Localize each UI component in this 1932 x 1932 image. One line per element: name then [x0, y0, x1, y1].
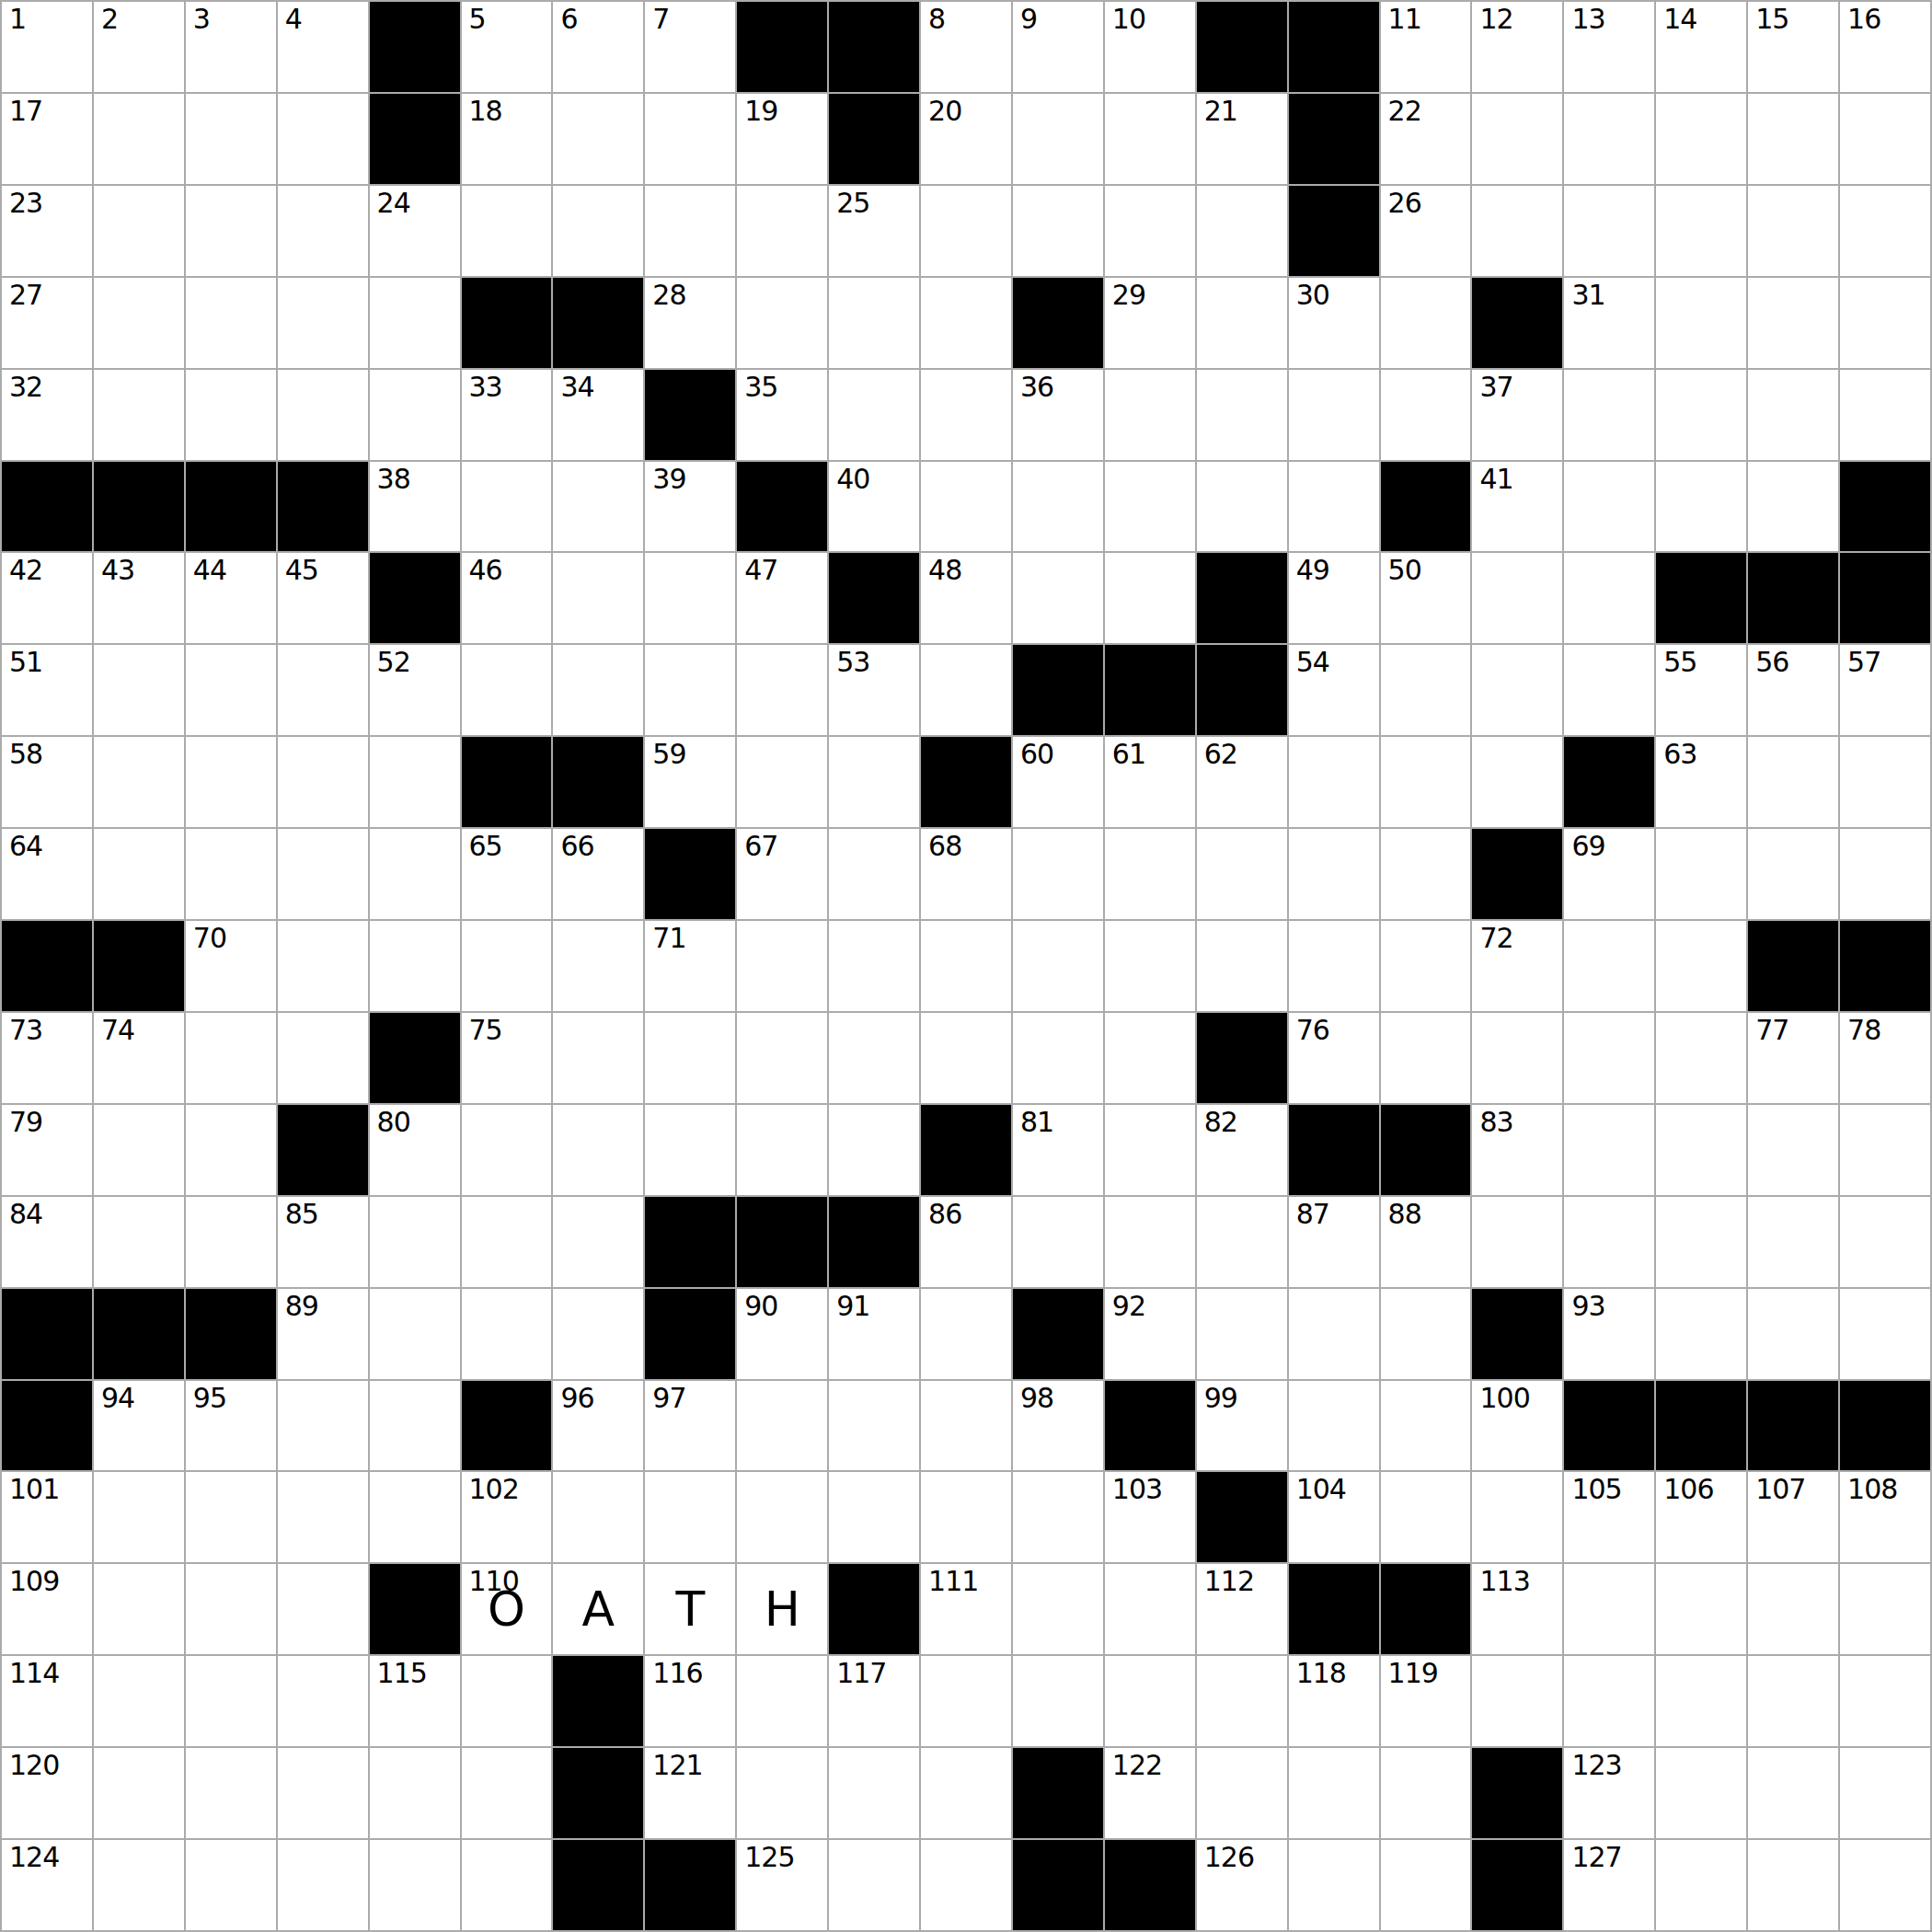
crossword-cell[interactable]: [1656, 1105, 1746, 1195]
crossword-cell[interactable]: 63: [1656, 737, 1746, 827]
crossword-cell[interactable]: [1748, 370, 1838, 460]
crossword-cell[interactable]: [1105, 94, 1195, 184]
crossword-cell[interactable]: [94, 1748, 184, 1838]
crossword-cell[interactable]: [94, 1656, 184, 1746]
crossword-cell[interactable]: [921, 370, 1011, 460]
crossword-cell[interactable]: 83: [1472, 1105, 1562, 1195]
crossword-cell[interactable]: [553, 645, 643, 735]
crossword-cell[interactable]: 61: [1105, 737, 1195, 827]
crossword-cell[interactable]: [1381, 737, 1471, 827]
crossword-cell[interactable]: [1013, 1472, 1103, 1562]
crossword-cell[interactable]: 1: [2, 2, 92, 92]
crossword-cell[interactable]: [737, 645, 827, 735]
crossword-cell[interactable]: [1656, 1013, 1746, 1103]
crossword-cell[interactable]: [1748, 94, 1838, 184]
crossword-cell[interactable]: 89: [278, 1289, 368, 1379]
crossword-cell[interactable]: 67: [737, 829, 827, 919]
crossword-cell[interactable]: [94, 370, 184, 460]
crossword-cell[interactable]: [921, 1748, 1011, 1838]
crossword-cell[interactable]: [1840, 94, 1930, 184]
crossword-cell[interactable]: [94, 829, 184, 919]
crossword-cell[interactable]: 81: [1013, 1105, 1103, 1195]
crossword-cell[interactable]: 91: [829, 1289, 919, 1379]
crossword-cell[interactable]: 98: [1013, 1381, 1103, 1471]
crossword-cell[interactable]: 37: [1472, 370, 1562, 460]
crossword-cell[interactable]: 114: [2, 1656, 92, 1746]
crossword-cell[interactable]: 11: [1381, 2, 1471, 92]
crossword-cell[interactable]: [1564, 921, 1654, 1011]
crossword-cell[interactable]: 65: [462, 829, 552, 919]
crossword-cell[interactable]: [553, 462, 643, 552]
crossword-cell[interactable]: [1656, 462, 1746, 552]
crossword-cell[interactable]: [921, 278, 1011, 368]
crossword-cell[interactable]: [462, 645, 552, 735]
crossword-cell[interactable]: [553, 1197, 643, 1287]
crossword-cell[interactable]: [1564, 1105, 1654, 1195]
crossword-cell[interactable]: 24: [370, 186, 460, 276]
crossword-cell[interactable]: 93: [1564, 1289, 1654, 1379]
crossword-cell[interactable]: [737, 1381, 827, 1471]
crossword-cell[interactable]: [1289, 737, 1379, 827]
crossword-cell[interactable]: [1381, 278, 1471, 368]
crossword-cell[interactable]: [1013, 462, 1103, 552]
crossword-cell[interactable]: 100: [1472, 1381, 1562, 1471]
crossword-cell[interactable]: [1656, 1656, 1746, 1746]
crossword-cell[interactable]: [1472, 94, 1562, 184]
crossword-cell[interactable]: [1656, 1564, 1746, 1654]
crossword-cell[interactable]: 59: [645, 737, 735, 827]
crossword-cell[interactable]: [186, 1197, 276, 1287]
crossword-cell[interactable]: 120: [2, 1748, 92, 1838]
crossword-cell[interactable]: 46: [462, 553, 552, 643]
crossword-cell[interactable]: 82: [1197, 1105, 1287, 1195]
crossword-cell[interactable]: 8: [921, 2, 1011, 92]
crossword-cell[interactable]: [186, 1013, 276, 1103]
crossword-cell[interactable]: [1472, 1472, 1562, 1562]
crossword-cell[interactable]: [1381, 829, 1471, 919]
crossword-cell[interactable]: [1564, 370, 1654, 460]
crossword-cell[interactable]: [186, 1748, 276, 1838]
crossword-cell[interactable]: [1289, 1748, 1379, 1838]
crossword-cell[interactable]: [370, 829, 460, 919]
crossword-cell[interactable]: [1472, 553, 1562, 643]
crossword-cell[interactable]: [1197, 186, 1287, 276]
crossword-cell[interactable]: [829, 1748, 919, 1838]
crossword-cell[interactable]: [829, 737, 919, 827]
crossword-cell[interactable]: [1656, 921, 1746, 1011]
crossword-cell[interactable]: [1564, 1564, 1654, 1654]
crossword-cell[interactable]: 16: [1840, 2, 1930, 92]
crossword-cell[interactable]: 87: [1289, 1197, 1379, 1287]
crossword-cell[interactable]: 5: [462, 2, 552, 92]
crossword-cell[interactable]: 109: [2, 1564, 92, 1654]
crossword-cell[interactable]: [1656, 1748, 1746, 1838]
crossword-cell[interactable]: [1564, 186, 1654, 276]
crossword-cell[interactable]: [1289, 462, 1379, 552]
crossword-cell[interactable]: [1564, 553, 1654, 643]
crossword-cell[interactable]: 51: [2, 645, 92, 735]
crossword-cell[interactable]: [186, 645, 276, 735]
crossword-cell[interactable]: 124: [2, 1840, 92, 1930]
crossword-cell[interactable]: [737, 1013, 827, 1103]
crossword-cell[interactable]: 86: [921, 1197, 1011, 1287]
crossword-cell[interactable]: 25: [829, 186, 919, 276]
crossword-cell[interactable]: 3: [186, 2, 276, 92]
crossword-cell[interactable]: [829, 829, 919, 919]
crossword-cell[interactable]: [1289, 921, 1379, 1011]
crossword-cell[interactable]: [278, 278, 368, 368]
crossword-cell[interactable]: [94, 186, 184, 276]
crossword-cell[interactable]: 116: [645, 1656, 735, 1746]
crossword-cell[interactable]: 62: [1197, 737, 1287, 827]
crossword-cell[interactable]: [278, 921, 368, 1011]
crossword-cell[interactable]: [462, 1197, 552, 1287]
crossword-cell[interactable]: [1472, 1656, 1562, 1746]
crossword-cell[interactable]: 31: [1564, 278, 1654, 368]
crossword-cell[interactable]: [278, 737, 368, 827]
crossword-cell[interactable]: 92: [1105, 1289, 1195, 1379]
crossword-cell[interactable]: [1656, 1840, 1746, 1930]
crossword-cell[interactable]: [186, 1105, 276, 1195]
crossword-cell[interactable]: [1105, 553, 1195, 643]
crossword-cell[interactable]: [370, 1197, 460, 1287]
crossword-cell[interactable]: 94: [94, 1381, 184, 1471]
crossword-cell[interactable]: [1197, 1748, 1287, 1838]
crossword-cell[interactable]: [186, 278, 276, 368]
crossword-cell[interactable]: [370, 1472, 460, 1562]
crossword-cell[interactable]: [1013, 1656, 1103, 1746]
crossword-cell[interactable]: 34: [553, 370, 643, 460]
crossword-cell[interactable]: [94, 94, 184, 184]
crossword-cell[interactable]: [462, 1289, 552, 1379]
crossword-cell[interactable]: [553, 1289, 643, 1379]
crossword-cell[interactable]: 108: [1840, 1472, 1930, 1562]
crossword-cell[interactable]: [1105, 1656, 1195, 1746]
crossword-cell[interactable]: 104: [1289, 1472, 1379, 1562]
crossword-cell[interactable]: 126: [1197, 1840, 1287, 1930]
crossword-cell[interactable]: 15: [1748, 2, 1838, 92]
crossword-cell[interactable]: 101: [2, 1472, 92, 1562]
crossword-cell[interactable]: [737, 1748, 827, 1838]
crossword-cell[interactable]: 71: [645, 921, 735, 1011]
crossword-cell[interactable]: 74: [94, 1013, 184, 1103]
crossword-cell[interactable]: [1197, 829, 1287, 919]
crossword-cell[interactable]: [1840, 1748, 1930, 1838]
crossword-cell[interactable]: 56: [1748, 645, 1838, 735]
crossword-cell[interactable]: [370, 370, 460, 460]
crossword-cell[interactable]: 78: [1840, 1013, 1930, 1103]
crossword-cell[interactable]: 9: [1013, 2, 1103, 92]
crossword-cell[interactable]: 117: [829, 1656, 919, 1746]
crossword-cell[interactable]: 97: [645, 1381, 735, 1471]
crossword-cell[interactable]: [553, 186, 643, 276]
crossword-cell[interactable]: 70: [186, 921, 276, 1011]
crossword-cell[interactable]: [645, 1013, 735, 1103]
crossword-cell[interactable]: 13: [1564, 2, 1654, 92]
crossword-cell[interactable]: [1472, 645, 1562, 735]
crossword-cell[interactable]: 26: [1381, 186, 1471, 276]
crossword-cell[interactable]: [1840, 1656, 1930, 1746]
crossword-cell[interactable]: 27: [2, 278, 92, 368]
crossword-cell[interactable]: [1656, 370, 1746, 460]
crossword-cell[interactable]: [370, 1381, 460, 1471]
crossword-cell[interactable]: [94, 1472, 184, 1562]
crossword-cell[interactable]: [553, 1105, 643, 1195]
crossword-cell[interactable]: 17: [2, 94, 92, 184]
crossword-cell[interactable]: 73: [2, 1013, 92, 1103]
crossword-cell[interactable]: 95: [186, 1381, 276, 1471]
crossword-cell[interactable]: [370, 737, 460, 827]
crossword-cell[interactable]: 4: [278, 2, 368, 92]
crossword-cell[interactable]: [1381, 921, 1471, 1011]
crossword-cell[interactable]: [829, 1840, 919, 1930]
crossword-cell[interactable]: 64: [2, 829, 92, 919]
crossword-cell[interactable]: 45: [278, 553, 368, 643]
crossword-cell[interactable]: 36: [1013, 370, 1103, 460]
crossword-cell[interactable]: [1381, 1013, 1471, 1103]
crossword-cell[interactable]: [1748, 278, 1838, 368]
crossword-cell[interactable]: [1472, 737, 1562, 827]
crossword-cell[interactable]: [462, 1656, 552, 1746]
crossword-cell[interactable]: 118: [1289, 1656, 1379, 1746]
crossword-cell[interactable]: [278, 1564, 368, 1654]
crossword-cell[interactable]: [829, 1472, 919, 1562]
crossword-cell[interactable]: [1197, 1656, 1287, 1746]
crossword-cell[interactable]: [1564, 1656, 1654, 1746]
crossword-cell[interactable]: 47: [737, 553, 827, 643]
crossword-cell[interactable]: [278, 94, 368, 184]
crossword-cell[interactable]: 119: [1381, 1656, 1471, 1746]
crossword-cell[interactable]: [921, 921, 1011, 1011]
crossword-cell[interactable]: [1381, 1289, 1471, 1379]
crossword-cell[interactable]: [1013, 94, 1103, 184]
crossword-cell[interactable]: 125: [737, 1840, 827, 1930]
crossword-cell[interactable]: 66: [553, 829, 643, 919]
crossword-cell[interactable]: [1748, 829, 1838, 919]
crossword-cell[interactable]: [278, 1013, 368, 1103]
crossword-cell[interactable]: [921, 1381, 1011, 1471]
crossword-cell[interactable]: [1840, 370, 1930, 460]
crossword-cell[interactable]: [1840, 1564, 1930, 1654]
crossword-cell[interactable]: H: [737, 1564, 827, 1654]
crossword-cell[interactable]: [1197, 1197, 1287, 1287]
crossword-cell[interactable]: 12: [1472, 2, 1562, 92]
crossword-cell[interactable]: [1564, 1197, 1654, 1287]
crossword-cell[interactable]: [1748, 186, 1838, 276]
crossword-cell[interactable]: [921, 1840, 1011, 1930]
crossword-cell[interactable]: [921, 462, 1011, 552]
crossword-cell[interactable]: [278, 645, 368, 735]
crossword-cell[interactable]: [645, 553, 735, 643]
crossword-cell[interactable]: [1748, 1748, 1838, 1838]
crossword-cell[interactable]: 113: [1472, 1564, 1562, 1654]
crossword-cell[interactable]: [921, 1289, 1011, 1379]
crossword-cell[interactable]: 20: [921, 94, 1011, 184]
crossword-cell[interactable]: [1748, 1289, 1838, 1379]
crossword-cell[interactable]: [829, 1381, 919, 1471]
crossword-cell[interactable]: 42: [2, 553, 92, 643]
crossword-cell[interactable]: [1748, 1564, 1838, 1654]
crossword-cell[interactable]: [186, 829, 276, 919]
crossword-cell[interactable]: [186, 1656, 276, 1746]
crossword-cell[interactable]: [737, 1656, 827, 1746]
crossword-cell[interactable]: [278, 1748, 368, 1838]
crossword-cell[interactable]: [1564, 462, 1654, 552]
crossword-cell[interactable]: [186, 1840, 276, 1930]
crossword-cell[interactable]: 49: [1289, 553, 1379, 643]
crossword-cell[interactable]: [1289, 1381, 1379, 1471]
crossword-cell[interactable]: 68: [921, 829, 1011, 919]
crossword-cell[interactable]: [278, 186, 368, 276]
crossword-cell[interactable]: 121: [645, 1748, 735, 1838]
crossword-cell[interactable]: [94, 1564, 184, 1654]
crossword-cell[interactable]: 115: [370, 1656, 460, 1746]
crossword-cell[interactable]: [1840, 1105, 1930, 1195]
crossword-cell[interactable]: 40: [829, 462, 919, 552]
crossword-cell[interactable]: [462, 1840, 552, 1930]
crossword-cell[interactable]: 2: [94, 2, 184, 92]
crossword-cell[interactable]: 55: [1656, 645, 1746, 735]
crossword-cell[interactable]: [1748, 737, 1838, 827]
crossword-cell[interactable]: [94, 737, 184, 827]
crossword-cell[interactable]: [278, 1472, 368, 1562]
crossword-cell[interactable]: 53: [829, 645, 919, 735]
crossword-cell[interactable]: [553, 1013, 643, 1103]
crossword-cell[interactable]: [1105, 370, 1195, 460]
crossword-cell[interactable]: [1105, 462, 1195, 552]
crossword-cell[interactable]: [462, 462, 552, 552]
crossword-cell[interactable]: [462, 186, 552, 276]
crossword-cell[interactable]: 103: [1105, 1472, 1195, 1562]
crossword-cell[interactable]: [1105, 1105, 1195, 1195]
crossword-cell[interactable]: [1105, 921, 1195, 1011]
crossword-cell[interactable]: 6: [553, 2, 643, 92]
crossword-cell[interactable]: [1013, 553, 1103, 643]
crossword-cell[interactable]: [1656, 186, 1746, 276]
crossword-cell[interactable]: [94, 1105, 184, 1195]
crossword-cell[interactable]: [1381, 1840, 1471, 1930]
crossword-cell[interactable]: [186, 1472, 276, 1562]
crossword-cell[interactable]: [1840, 278, 1930, 368]
crossword-cell[interactable]: 123: [1564, 1748, 1654, 1838]
crossword-cell[interactable]: 105: [1564, 1472, 1654, 1562]
crossword-cell[interactable]: [370, 1289, 460, 1379]
crossword-cell[interactable]: 22: [1381, 94, 1471, 184]
crossword-cell[interactable]: [1656, 94, 1746, 184]
crossword-cell[interactable]: [1564, 1013, 1654, 1103]
crossword-cell[interactable]: [278, 370, 368, 460]
crossword-cell[interactable]: [1748, 462, 1838, 552]
crossword-cell[interactable]: [1105, 1013, 1195, 1103]
crossword-cell[interactable]: [462, 1105, 552, 1195]
crossword-cell[interactable]: 54: [1289, 645, 1379, 735]
crossword-cell[interactable]: [370, 278, 460, 368]
crossword-cell[interactable]: [278, 1656, 368, 1746]
crossword-cell[interactable]: [553, 921, 643, 1011]
crossword-cell[interactable]: [1013, 1013, 1103, 1103]
crossword-cell[interactable]: [645, 645, 735, 735]
crossword-cell[interactable]: 80: [370, 1105, 460, 1195]
crossword-cell[interactable]: 44: [186, 553, 276, 643]
crossword-cell[interactable]: 38: [370, 462, 460, 552]
crossword-cell[interactable]: [186, 737, 276, 827]
crossword-cell[interactable]: [1656, 829, 1746, 919]
crossword-cell[interactable]: 7: [645, 2, 735, 92]
crossword-cell[interactable]: [921, 186, 1011, 276]
crossword-cell[interactable]: 28: [645, 278, 735, 368]
crossword-cell[interactable]: 76: [1289, 1013, 1379, 1103]
crossword-cell[interactable]: [186, 186, 276, 276]
crossword-cell[interactable]: [1197, 1289, 1287, 1379]
crossword-cell[interactable]: 99: [1197, 1381, 1287, 1471]
crossword-cell[interactable]: [1840, 1289, 1930, 1379]
crossword-cell[interactable]: 18: [462, 94, 552, 184]
crossword-cell[interactable]: [737, 737, 827, 827]
crossword-cell[interactable]: [737, 186, 827, 276]
crossword-cell[interactable]: 127: [1564, 1840, 1654, 1930]
crossword-cell[interactable]: 122: [1105, 1748, 1195, 1838]
crossword-cell[interactable]: [1840, 186, 1930, 276]
crossword-cell[interactable]: 30: [1289, 278, 1379, 368]
crossword-cell[interactable]: 10: [1105, 2, 1195, 92]
crossword-cell[interactable]: [1013, 186, 1103, 276]
crossword-cell[interactable]: 96: [553, 1381, 643, 1471]
crossword-cell[interactable]: [553, 1472, 643, 1562]
crossword-cell[interactable]: 21: [1197, 94, 1287, 184]
crossword-cell[interactable]: [1472, 1197, 1562, 1287]
crossword-cell[interactable]: [1381, 645, 1471, 735]
crossword-cell[interactable]: [645, 94, 735, 184]
crossword-cell[interactable]: [829, 1105, 919, 1195]
crossword-cell[interactable]: [1840, 1840, 1930, 1930]
crossword-cell[interactable]: [1564, 94, 1654, 184]
crossword-cell[interactable]: [553, 553, 643, 643]
crossword-cell[interactable]: [462, 921, 552, 1011]
crossword-cell[interactable]: [1472, 1013, 1562, 1103]
crossword-cell[interactable]: [1197, 278, 1287, 368]
crossword-cell[interactable]: [1381, 1748, 1471, 1838]
crossword-cell[interactable]: [921, 1472, 1011, 1562]
crossword-cell[interactable]: [553, 94, 643, 184]
crossword-cell[interactable]: [1748, 1105, 1838, 1195]
crossword-cell[interactable]: 33: [462, 370, 552, 460]
crossword-cell[interactable]: [1013, 921, 1103, 1011]
crossword-cell[interactable]: [921, 645, 1011, 735]
crossword-cell[interactable]: 57: [1840, 645, 1930, 735]
crossword-cell[interactable]: 102: [462, 1472, 552, 1562]
crossword-cell[interactable]: 111: [921, 1564, 1011, 1654]
crossword-cell[interactable]: [278, 1381, 368, 1471]
crossword-cell[interactable]: 112: [1197, 1564, 1287, 1654]
crossword-cell[interactable]: [278, 829, 368, 919]
crossword-cell[interactable]: [737, 921, 827, 1011]
crossword-cell[interactable]: [921, 1656, 1011, 1746]
crossword-cell[interactable]: [1472, 186, 1562, 276]
crossword-cell[interactable]: 88: [1381, 1197, 1471, 1287]
crossword-cell[interactable]: 69: [1564, 829, 1654, 919]
crossword-cell[interactable]: [1381, 1472, 1471, 1562]
crossword-cell[interactable]: [1564, 645, 1654, 735]
crossword-cell[interactable]: [1656, 1197, 1746, 1287]
crossword-cell[interactable]: [1013, 829, 1103, 919]
crossword-cell[interactable]: [829, 370, 919, 460]
crossword-cell[interactable]: T: [645, 1564, 735, 1654]
crossword-cell[interactable]: 32: [2, 370, 92, 460]
crossword-cell[interactable]: 29: [1105, 278, 1195, 368]
crossword-cell[interactable]: [462, 1748, 552, 1838]
crossword-cell[interactable]: [645, 1105, 735, 1195]
crossword-cell[interactable]: [1840, 1197, 1930, 1287]
